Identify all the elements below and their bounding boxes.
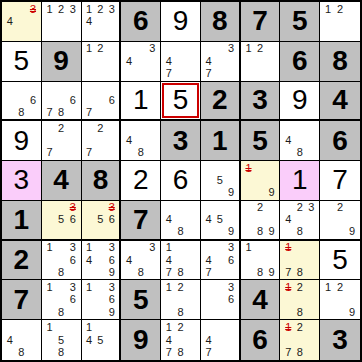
given-digit: 7 bbox=[133, 206, 149, 234]
cell-r4c2[interactable]: 27 bbox=[42, 121, 82, 161]
cell-r3c9[interactable]: 4 bbox=[320, 82, 360, 122]
cell-r1c2[interactable]: 123 bbox=[42, 2, 82, 42]
empty-candidate-slot bbox=[4, 28, 16, 40]
empty-candidate-slot bbox=[243, 55, 255, 67]
candidate-7: 7 bbox=[84, 106, 95, 118]
candidate-8: 8 bbox=[135, 147, 147, 159]
empty-candidate-slot bbox=[186, 67, 198, 79]
cell-r6c1[interactable]: 1 bbox=[2, 201, 42, 241]
empty-candidate-slot bbox=[135, 135, 147, 147]
cell-r9c9[interactable]: 3 bbox=[320, 320, 360, 360]
candidate-7: 7 bbox=[163, 346, 175, 359]
cell-r1c8[interactable]: 5 bbox=[280, 2, 320, 42]
candidate-8: 8 bbox=[175, 306, 187, 318]
cell-r2c9[interactable]: 8 bbox=[320, 42, 360, 82]
pencil-marks: 48 bbox=[161, 201, 200, 239]
cell-r2c3[interactable]: 12 bbox=[82, 42, 122, 82]
empty-candidate-slot bbox=[67, 15, 79, 27]
empty-candidate-slot bbox=[254, 67, 266, 79]
empty-candidate-slot bbox=[4, 321, 16, 334]
cell-r3c3[interactable]: 67 bbox=[82, 82, 122, 122]
empty-candidate-slot bbox=[135, 122, 147, 134]
candidate-2: 2 bbox=[334, 281, 346, 293]
candidate-3: 3 bbox=[67, 242, 79, 254]
candidate-4: 4 bbox=[84, 15, 95, 27]
cell-r5c6[interactable]: 59 bbox=[201, 161, 241, 201]
candidate-8: 8 bbox=[294, 306, 306, 318]
cell-r8c3[interactable]: 1369 bbox=[82, 280, 122, 320]
empty-candidate-slot bbox=[225, 306, 236, 318]
empty-candidate-slot bbox=[322, 306, 334, 318]
empty-candidate-slot bbox=[243, 226, 255, 238]
pencil-marks: 459 bbox=[201, 201, 239, 239]
empty-candidate-slot bbox=[322, 214, 334, 226]
empty-candidate-slot bbox=[106, 147, 117, 159]
empty-candidate-slot bbox=[27, 83, 39, 95]
empty-candidate-slot bbox=[84, 122, 95, 134]
cell-r3c2[interactable]: 678 bbox=[42, 82, 82, 122]
cell-r2c7[interactable]: 12 bbox=[241, 42, 281, 82]
candidate-4: 4 bbox=[203, 334, 214, 347]
empty-candidate-slot bbox=[186, 281, 198, 293]
empty-candidate-slot bbox=[203, 162, 214, 174]
empty-candidate-slot bbox=[84, 226, 95, 238]
cell-r3c5[interactable]: 5 bbox=[161, 82, 201, 122]
empty-candidate-slot bbox=[214, 55, 225, 67]
candidate-1: 1 bbox=[163, 281, 175, 293]
given-digit: 2 bbox=[14, 246, 30, 274]
pencil-marks: 128 bbox=[161, 280, 200, 319]
empty-candidate-slot bbox=[95, 15, 106, 27]
empty-candidate-slot bbox=[203, 321, 214, 334]
candidate-1: 1 bbox=[44, 3, 56, 15]
cell-r1c4[interactable]: 6 bbox=[121, 2, 161, 42]
candidate-6: 6 bbox=[106, 94, 117, 106]
empty-candidate-slot bbox=[55, 321, 67, 334]
empty-candidate-slot bbox=[84, 266, 95, 278]
eliminated-candidate-3: 3 bbox=[67, 202, 79, 214]
empty-candidate-slot bbox=[95, 321, 106, 334]
candidate-1: 1 bbox=[84, 321, 95, 334]
cell-r4c9[interactable]: 6 bbox=[320, 121, 360, 161]
cell-r8c9[interactable]: 129 bbox=[320, 280, 360, 320]
cell-r6c7[interactable]: 289 bbox=[241, 201, 281, 241]
eliminated-candidate-1: 1 bbox=[282, 242, 294, 254]
candidate-8: 8 bbox=[16, 346, 28, 359]
candidate-4: 4 bbox=[203, 254, 214, 266]
cell-r4c6[interactable]: 1 bbox=[201, 121, 241, 161]
empty-candidate-slot bbox=[203, 242, 214, 254]
candidate-7: 7 bbox=[163, 67, 175, 79]
candidate-2: 2 bbox=[294, 281, 306, 293]
candidate-1: 1 bbox=[44, 321, 56, 334]
candidate-7: 7 bbox=[84, 147, 95, 159]
cell-r6c4[interactable]: 7 bbox=[121, 201, 161, 241]
pencil-marks: 178 bbox=[280, 241, 319, 280]
empty-candidate-slot bbox=[306, 321, 318, 334]
cell-r1c6[interactable]: 8 bbox=[201, 2, 241, 42]
empty-candidate-slot bbox=[55, 281, 67, 293]
empty-candidate-slot bbox=[186, 226, 198, 238]
cell-r5c1[interactable]: 3 bbox=[2, 161, 42, 201]
cell-r4c5[interactable]: 3 bbox=[161, 121, 201, 161]
empty-candidate-slot bbox=[186, 55, 198, 67]
pencil-marks: 47 bbox=[201, 320, 239, 360]
candidate-4: 4 bbox=[282, 135, 294, 147]
empty-candidate-slot bbox=[95, 135, 106, 147]
candidate-3: 3 bbox=[106, 242, 117, 254]
cell-r2c2[interactable]: 9 bbox=[42, 42, 82, 82]
empty-candidate-slot bbox=[95, 294, 106, 306]
candidate-5: 5 bbox=[214, 174, 225, 186]
cell-r7c5[interactable]: 1478 bbox=[161, 241, 201, 281]
candidate-2: 2 bbox=[95, 122, 106, 134]
cell-r8c8[interactable]: 128 bbox=[280, 280, 320, 320]
empty-candidate-slot bbox=[55, 202, 67, 214]
given-digit: 3 bbox=[173, 127, 189, 155]
candidate-1: 1 bbox=[84, 43, 95, 55]
empty-candidate-slot bbox=[67, 306, 79, 318]
candidate-9: 9 bbox=[346, 306, 358, 318]
candidate-7: 7 bbox=[44, 147, 56, 159]
empty-candidate-slot bbox=[294, 214, 306, 226]
empty-candidate-slot bbox=[106, 106, 117, 118]
cell-r6c6[interactable]: 459 bbox=[201, 201, 241, 241]
candidate-8: 8 bbox=[294, 226, 306, 238]
pencil-marks: 1369 bbox=[82, 280, 120, 319]
empty-candidate-slot bbox=[95, 242, 106, 254]
empty-candidate-slot bbox=[95, 67, 106, 79]
empty-candidate-slot bbox=[44, 306, 56, 318]
empty-candidate-slot bbox=[266, 242, 278, 254]
pencil-marks: 123 bbox=[42, 2, 81, 41]
empty-candidate-slot bbox=[214, 43, 225, 55]
solved-digit: 9 bbox=[173, 7, 189, 35]
cell-r3c1[interactable]: 68 bbox=[2, 82, 42, 122]
empty-candidate-slot bbox=[225, 214, 236, 226]
cell-r7c4[interactable]: 348 bbox=[121, 241, 161, 281]
empty-candidate-slot bbox=[27, 15, 39, 27]
candidate-8: 8 bbox=[55, 306, 67, 318]
cell-r9c5[interactable]: 12478 bbox=[161, 320, 201, 360]
pencil-marks: 34 bbox=[121, 42, 160, 81]
solved-digit: 1 bbox=[133, 86, 149, 114]
candidate-2: 2 bbox=[254, 43, 266, 55]
cell-r5c7[interactable]: 19 bbox=[241, 161, 281, 201]
empty-candidate-slot bbox=[106, 346, 117, 359]
candidate-2: 2 bbox=[175, 281, 187, 293]
pencil-marks: 1368 bbox=[42, 241, 81, 280]
candidate-3: 3 bbox=[225, 242, 236, 254]
candidate-4: 4 bbox=[4, 334, 16, 347]
cell-r7c8[interactable]: 178 bbox=[280, 241, 320, 281]
empty-candidate-slot bbox=[163, 202, 175, 214]
cell-r5c5[interactable]: 6 bbox=[161, 161, 201, 201]
empty-candidate-slot bbox=[4, 94, 16, 106]
empty-candidate-slot bbox=[147, 147, 159, 159]
empty-candidate-slot bbox=[67, 147, 79, 159]
candidate-7: 7 bbox=[163, 266, 175, 278]
empty-candidate-slot bbox=[306, 122, 318, 134]
sudoku-board: 3412312346987512591234473471268686786715… bbox=[0, 0, 362, 362]
cell-r4c7[interactable]: 5 bbox=[241, 121, 281, 161]
empty-candidate-slot bbox=[123, 122, 135, 134]
cell-r9c8[interactable]: 1278 bbox=[280, 320, 320, 360]
candidate-2: 2 bbox=[334, 3, 346, 15]
cell-r1c5[interactable]: 9 bbox=[161, 2, 201, 42]
empty-candidate-slot bbox=[55, 15, 67, 27]
cell-r2c5[interactable]: 47 bbox=[161, 42, 201, 82]
given-digit: 8 bbox=[212, 7, 228, 35]
empty-candidate-slot bbox=[334, 28, 346, 40]
empty-candidate-slot bbox=[84, 67, 95, 79]
empty-candidate-slot bbox=[55, 83, 67, 95]
candidate-8: 8 bbox=[254, 226, 266, 238]
cell-r1c1[interactable]: 34 bbox=[2, 2, 42, 42]
empty-candidate-slot bbox=[16, 321, 28, 334]
cell-r4c1[interactable]: 9 bbox=[2, 121, 42, 161]
empty-candidate-slot bbox=[135, 55, 147, 67]
given-digit: 8 bbox=[93, 166, 109, 194]
given-digit: 7 bbox=[252, 7, 268, 35]
cell-r6c9[interactable]: 29 bbox=[320, 201, 360, 241]
candidate-2: 2 bbox=[95, 43, 106, 55]
candidate-3: 3 bbox=[225, 281, 236, 293]
candidate-4: 4 bbox=[163, 214, 175, 226]
eliminated-candidate-3: 3 bbox=[27, 3, 39, 15]
empty-candidate-slot bbox=[186, 43, 198, 55]
solved-digit: 9 bbox=[14, 127, 30, 155]
empty-candidate-slot bbox=[243, 214, 255, 226]
pencil-marks: 68 bbox=[2, 82, 41, 120]
candidate-7: 7 bbox=[282, 266, 294, 278]
candidate-5: 5 bbox=[214, 214, 225, 226]
cell-r8c6[interactable]: 36 bbox=[201, 280, 241, 320]
empty-candidate-slot bbox=[186, 202, 198, 214]
candidate-7: 7 bbox=[203, 346, 214, 359]
empty-candidate-slot bbox=[186, 334, 198, 347]
cell-r7c6[interactable]: 3467 bbox=[201, 241, 241, 281]
candidate-6: 6 bbox=[106, 254, 117, 266]
empty-candidate-slot bbox=[306, 306, 318, 318]
cell-r4c3[interactable]: 27 bbox=[82, 121, 122, 161]
cell-r2c6[interactable]: 347 bbox=[201, 42, 241, 82]
empty-candidate-slot bbox=[67, 321, 79, 334]
cell-r9c4[interactable]: 9 bbox=[121, 320, 161, 360]
cell-r2c4[interactable]: 34 bbox=[121, 42, 161, 82]
empty-candidate-slot bbox=[147, 135, 159, 147]
empty-candidate-slot bbox=[203, 43, 214, 55]
candidate-1: 1 bbox=[84, 242, 95, 254]
candidate-4: 4 bbox=[123, 254, 135, 266]
empty-candidate-slot bbox=[44, 83, 56, 95]
cell-r1c3[interactable]: 1234 bbox=[82, 2, 122, 42]
empty-candidate-slot bbox=[123, 43, 135, 55]
empty-candidate-slot bbox=[95, 55, 106, 67]
empty-candidate-slot bbox=[84, 135, 95, 147]
candidate-9: 9 bbox=[106, 266, 117, 278]
candidate-9: 9 bbox=[266, 266, 278, 278]
given-digit: 6 bbox=[252, 326, 268, 354]
cell-r9c3[interactable]: 145 bbox=[82, 320, 122, 360]
empty-candidate-slot bbox=[135, 242, 147, 254]
cell-r5c8[interactable]: 1 bbox=[280, 161, 320, 201]
cell-r7c9[interactable]: 5 bbox=[320, 241, 360, 281]
empty-candidate-slot bbox=[306, 135, 318, 147]
empty-candidate-slot bbox=[147, 254, 159, 266]
candidate-6: 6 bbox=[67, 214, 79, 226]
empty-candidate-slot bbox=[84, 83, 95, 95]
cell-r8c5[interactable]: 128 bbox=[161, 280, 201, 320]
empty-candidate-slot bbox=[225, 334, 236, 347]
empty-candidate-slot bbox=[16, 83, 28, 95]
given-digit: 1 bbox=[14, 206, 30, 234]
empty-candidate-slot bbox=[95, 346, 106, 359]
pencil-marks: 27 bbox=[42, 121, 81, 160]
empty-candidate-slot bbox=[186, 266, 198, 278]
empty-candidate-slot bbox=[55, 28, 67, 40]
pencil-marks: 36 bbox=[201, 280, 239, 319]
cell-r9c1[interactable]: 48 bbox=[2, 320, 42, 360]
empty-candidate-slot bbox=[306, 266, 318, 278]
empty-candidate-slot bbox=[95, 226, 106, 238]
candidate-1: 1 bbox=[44, 281, 56, 293]
cell-r2c8[interactable]: 6 bbox=[280, 42, 320, 82]
pencil-marks: 48 bbox=[121, 121, 160, 160]
candidate-1: 1 bbox=[322, 3, 334, 15]
empty-candidate-slot bbox=[203, 294, 214, 306]
candidate-8: 8 bbox=[294, 147, 306, 159]
cell-r8c1[interactable]: 7 bbox=[2, 280, 42, 320]
candidate-2: 2 bbox=[55, 3, 67, 15]
candidate-1: 1 bbox=[322, 281, 334, 293]
cell-r9c7[interactable]: 6 bbox=[241, 320, 281, 360]
empty-candidate-slot bbox=[16, 3, 28, 15]
empty-candidate-slot bbox=[334, 214, 346, 226]
cell-r8c7[interactable]: 4 bbox=[241, 280, 281, 320]
pencil-marks: 1234 bbox=[82, 2, 120, 41]
empty-candidate-slot bbox=[225, 266, 236, 278]
empty-candidate-slot bbox=[306, 242, 318, 254]
pencil-marks: 3467 bbox=[201, 241, 239, 280]
cell-r1c7[interactable]: 7 bbox=[241, 2, 281, 42]
cell-r5c3[interactable]: 8 bbox=[82, 161, 122, 201]
given-digit: 5 bbox=[133, 286, 149, 314]
candidate-9: 9 bbox=[225, 187, 236, 199]
empty-candidate-slot bbox=[123, 242, 135, 254]
cell-r6c5[interactable]: 48 bbox=[161, 201, 201, 241]
cell-r1c9[interactable]: 12 bbox=[320, 2, 360, 42]
empty-candidate-slot bbox=[27, 346, 39, 359]
cell-r5c9[interactable]: 7 bbox=[320, 161, 360, 201]
solved-digit: 5 bbox=[14, 47, 30, 75]
cell-r9c6[interactable]: 47 bbox=[201, 320, 241, 360]
cell-r3c8[interactable]: 9 bbox=[280, 82, 320, 122]
candidate-3: 3 bbox=[306, 202, 318, 214]
cell-r9c2[interactable]: 158 bbox=[42, 320, 82, 360]
cell-r6c3[interactable]: 356 bbox=[82, 201, 122, 241]
empty-candidate-slot bbox=[55, 242, 67, 254]
cell-r5c2[interactable]: 4 bbox=[42, 161, 82, 201]
given-digit: 8 bbox=[332, 47, 348, 75]
cell-r4c8[interactable]: 48 bbox=[280, 121, 320, 161]
empty-candidate-slot bbox=[186, 214, 198, 226]
cell-r6c8[interactable]: 2348 bbox=[280, 201, 320, 241]
empty-candidate-slot bbox=[294, 254, 306, 266]
cell-r7c3[interactable]: 13469 bbox=[82, 241, 122, 281]
empty-candidate-slot bbox=[254, 242, 266, 254]
empty-candidate-slot bbox=[44, 135, 56, 147]
empty-candidate-slot bbox=[322, 226, 334, 238]
candidate-8: 8 bbox=[55, 266, 67, 278]
cell-r7c2[interactable]: 1368 bbox=[42, 241, 82, 281]
cell-r8c2[interactable]: 1368 bbox=[42, 280, 82, 320]
candidate-8: 8 bbox=[175, 346, 187, 359]
empty-candidate-slot bbox=[123, 67, 135, 79]
empty-candidate-slot bbox=[67, 266, 79, 278]
cell-r8c4[interactable]: 5 bbox=[121, 280, 161, 320]
candidate-5: 5 bbox=[95, 214, 106, 226]
candidate-1: 1 bbox=[84, 281, 95, 293]
empty-candidate-slot bbox=[95, 28, 106, 40]
pencil-marks: 19 bbox=[241, 161, 280, 200]
candidate-8: 8 bbox=[175, 266, 187, 278]
candidate-5: 5 bbox=[55, 334, 67, 347]
empty-candidate-slot bbox=[175, 202, 187, 214]
cell-r3c6[interactable]: 2 bbox=[201, 82, 241, 122]
cell-r7c1[interactable]: 2 bbox=[2, 241, 42, 281]
given-digit: 5 bbox=[292, 7, 308, 35]
empty-candidate-slot bbox=[214, 187, 225, 199]
empty-candidate-slot bbox=[214, 266, 225, 278]
empty-candidate-slot bbox=[67, 122, 79, 134]
pencil-marks: 67 bbox=[82, 82, 120, 120]
empty-candidate-slot bbox=[294, 135, 306, 147]
cell-r5c4[interactable]: 2 bbox=[121, 161, 161, 201]
pencil-marks: 1478 bbox=[161, 241, 200, 280]
empty-candidate-slot bbox=[266, 67, 278, 79]
empty-candidate-slot bbox=[334, 15, 346, 27]
empty-candidate-slot bbox=[334, 226, 346, 238]
candidate-7: 7 bbox=[203, 266, 214, 278]
candidate-3: 3 bbox=[147, 43, 159, 55]
cell-r3c4[interactable]: 1 bbox=[121, 82, 161, 122]
cell-r4c4[interactable]: 48 bbox=[121, 121, 161, 161]
given-digit: 6 bbox=[133, 7, 149, 35]
empty-candidate-slot bbox=[322, 28, 334, 40]
cell-r2c1[interactable]: 5 bbox=[2, 42, 42, 82]
pencil-marks: 129 bbox=[320, 280, 360, 319]
candidate-2: 2 bbox=[294, 202, 306, 214]
cell-r7c7[interactable]: 189 bbox=[241, 241, 281, 281]
empty-candidate-slot bbox=[4, 106, 16, 118]
given-digit: 3 bbox=[332, 326, 348, 354]
pencil-marks: 47 bbox=[161, 42, 200, 81]
empty-candidate-slot bbox=[67, 106, 79, 118]
empty-candidate-slot bbox=[186, 306, 198, 318]
pencil-marks: 59 bbox=[201, 161, 239, 200]
empty-candidate-slot bbox=[55, 294, 67, 306]
empty-candidate-slot bbox=[254, 214, 266, 226]
candidate-9: 9 bbox=[225, 226, 236, 238]
candidate-8: 8 bbox=[55, 346, 67, 359]
empty-candidate-slot bbox=[186, 254, 198, 266]
candidate-4: 4 bbox=[4, 15, 16, 27]
cell-r6c2[interactable]: 356 bbox=[42, 201, 82, 241]
empty-candidate-slot bbox=[175, 67, 187, 79]
empty-candidate-slot bbox=[106, 122, 117, 134]
cell-r3c7[interactable]: 3 bbox=[241, 82, 281, 122]
